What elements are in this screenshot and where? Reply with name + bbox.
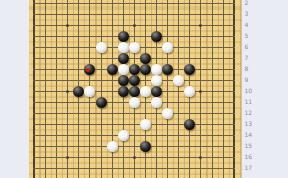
row-label: 10 [245, 88, 253, 94]
black-stone[interactable] [140, 141, 151, 152]
row-label: 3 [245, 11, 249, 17]
black-stone[interactable] [84, 64, 95, 75]
grid-line-vertical [45, 0, 46, 178]
row-label: 13 [245, 121, 253, 127]
grid-line-horizontal [33, 14, 235, 15]
white-stone[interactable] [129, 42, 140, 53]
grid-line-vertical [223, 0, 224, 178]
row-label: 4 [245, 22, 249, 28]
star-point [133, 156, 136, 159]
white-stone[interactable] [107, 141, 118, 152]
row-label: 12 [245, 110, 253, 116]
row-label: 16 [245, 154, 253, 160]
row-label: 17 [245, 165, 253, 171]
black-stone[interactable] [118, 75, 129, 86]
right-panel: 234567891011121314151617 [241, 0, 288, 178]
black-stone[interactable] [129, 86, 140, 97]
black-stone[interactable] [107, 64, 118, 75]
row-label: 9 [245, 77, 249, 83]
white-stone[interactable] [140, 119, 151, 130]
star-point [66, 90, 69, 93]
grid-line-horizontal [33, 135, 235, 136]
game-window: 234567891011121314151617 [0, 0, 288, 178]
white-stone[interactable] [118, 130, 129, 141]
black-stone[interactable] [129, 75, 140, 86]
black-stone[interactable] [129, 64, 140, 75]
row-label: 6 [245, 44, 249, 50]
white-stone[interactable] [118, 64, 129, 75]
white-stone[interactable] [173, 75, 184, 86]
left-panel [0, 0, 30, 178]
row-label: 7 [245, 55, 249, 61]
grid-line-vertical [33, 0, 35, 178]
grid-line-horizontal [33, 124, 235, 125]
white-stone[interactable] [151, 75, 162, 86]
grid-line-horizontal [33, 58, 235, 59]
star-point [66, 156, 69, 159]
white-stone[interactable] [162, 42, 173, 53]
black-stone[interactable] [184, 119, 195, 130]
grid-line-horizontal [33, 3, 235, 4]
row-label: 8 [245, 66, 249, 72]
row-label: 15 [245, 143, 253, 149]
go-board[interactable] [29, 0, 241, 178]
black-stone[interactable] [184, 64, 195, 75]
white-stone[interactable] [84, 86, 95, 97]
black-stone[interactable] [118, 31, 129, 42]
black-stone[interactable] [73, 86, 84, 97]
black-stone[interactable] [140, 53, 151, 64]
white-stone[interactable] [151, 97, 162, 108]
grid-line-vertical [233, 0, 235, 178]
grid-line-horizontal [33, 36, 235, 37]
black-stone[interactable] [151, 31, 162, 42]
white-stone[interactable] [140, 86, 151, 97]
black-stone[interactable] [140, 64, 151, 75]
star-point [133, 24, 136, 27]
grid-line-vertical [101, 0, 102, 178]
last-move-marker [86, 68, 90, 72]
white-stone[interactable] [151, 64, 162, 75]
white-stone[interactable] [96, 42, 107, 53]
white-stone[interactable] [118, 42, 129, 53]
white-stone[interactable] [162, 108, 173, 119]
grid-line-horizontal [33, 113, 235, 114]
grid-line-vertical [178, 0, 179, 178]
grid-line-vertical [212, 0, 213, 178]
row-label: 14 [245, 132, 253, 138]
white-stone[interactable] [129, 97, 140, 108]
row-label: 11 [245, 99, 253, 105]
star-point [66, 24, 69, 27]
black-stone[interactable] [162, 64, 173, 75]
grid-line-horizontal [33, 146, 235, 147]
black-stone[interactable] [96, 97, 107, 108]
white-stone[interactable] [184, 86, 195, 97]
grid-line-vertical [167, 0, 168, 178]
grid-line-vertical [200, 0, 201, 178]
row-label: 2 [245, 0, 249, 6]
row-label: 5 [245, 33, 249, 39]
grid-line-vertical [56, 0, 57, 178]
black-stone[interactable] [151, 86, 162, 97]
black-stone[interactable] [118, 86, 129, 97]
black-stone[interactable] [118, 53, 129, 64]
grid-line-horizontal [33, 168, 235, 169]
